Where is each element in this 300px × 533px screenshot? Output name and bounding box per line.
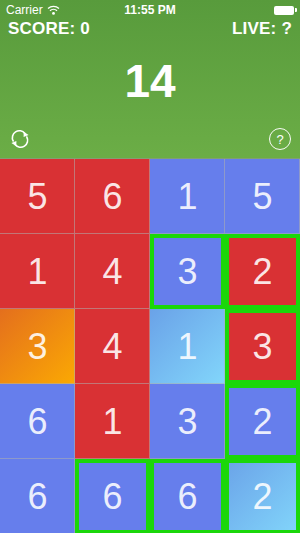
- grid-cell[interactable]: 2: [225, 384, 300, 459]
- grid-cell[interactable]: 3: [225, 309, 300, 384]
- cell-value: 2: [252, 251, 272, 293]
- game-board: 56151432341361326662: [0, 158, 300, 533]
- grid-cell[interactable]: 6: [75, 159, 150, 234]
- grid-cell[interactable]: 3: [0, 309, 75, 384]
- grid-cell[interactable]: 4: [75, 309, 150, 384]
- cell-value: 1: [27, 251, 47, 293]
- grid-cell[interactable]: 6: [150, 459, 225, 533]
- cell-value: 5: [252, 176, 272, 218]
- grid-cell[interactable]: 1: [0, 234, 75, 309]
- refresh-button[interactable]: [7, 126, 33, 152]
- refresh-icon: [8, 127, 32, 151]
- grid-cell[interactable]: 6: [75, 459, 150, 533]
- cell-value: 6: [102, 476, 122, 518]
- live-label: LIVE: ?: [232, 19, 292, 39]
- cell-value: 6: [27, 476, 47, 518]
- cell-value: 3: [177, 401, 197, 443]
- status-bar: 11:55 PM Carrier: [0, 0, 300, 18]
- cell-value: 2: [252, 476, 272, 518]
- cell-value: 1: [177, 176, 197, 218]
- grid-cell[interactable]: 2: [225, 234, 300, 309]
- carrier-label: Carrier: [6, 3, 43, 17]
- battery-icon: [274, 6, 294, 15]
- grid-cell[interactable]: 6: [0, 459, 75, 533]
- cell-value: 1: [102, 401, 122, 443]
- help-button[interactable]: ?: [267, 126, 293, 152]
- grid-cell[interactable]: 3: [150, 384, 225, 459]
- cell-value: 5: [27, 176, 47, 218]
- cell-value: 4: [102, 251, 122, 293]
- hud-row: SCORE: 0 LIVE: ?: [0, 19, 300, 39]
- grid-cell[interactable]: 6: [0, 384, 75, 459]
- cell-value: 3: [177, 251, 197, 293]
- grid-cell[interactable]: 1: [150, 159, 225, 234]
- score-label: SCORE: 0: [8, 19, 90, 39]
- target-number: 14: [0, 54, 300, 108]
- grid-cell[interactable]: 3: [150, 234, 225, 309]
- grid-cell[interactable]: 2: [225, 459, 300, 533]
- grid-cell[interactable]: 1: [75, 384, 150, 459]
- grid-cell[interactable]: 5: [225, 159, 300, 234]
- grid-cell[interactable]: 1: [150, 309, 225, 384]
- cell-value: 6: [102, 176, 122, 218]
- cell-value: 3: [252, 326, 272, 368]
- app-screen: 11:55 PM Carrier SCORE: 0 LIVE: ? 14: [0, 0, 300, 533]
- question-icon: ?: [269, 128, 291, 150]
- cell-value: 6: [177, 476, 197, 518]
- cell-value: 4: [102, 326, 122, 368]
- grid-cell[interactable]: 5: [0, 159, 75, 234]
- cell-value: 2: [252, 401, 272, 443]
- grid-cell[interactable]: 4: [75, 234, 150, 309]
- cell-value: 3: [27, 326, 47, 368]
- wifi-icon: [47, 5, 60, 15]
- cell-value: 6: [27, 401, 47, 443]
- cell-value: 1: [177, 326, 197, 368]
